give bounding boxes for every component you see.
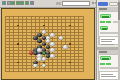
toolbar-input[interactable] — [62, 1, 90, 6]
tool-button-6[interactable] — [25, 1, 29, 5]
gray-value — [113, 21, 118, 23]
white-stone — [37, 48, 41, 52]
green-link-2[interactable] — [106, 21, 111, 23]
info-row — [100, 67, 118, 69]
chat-list[interactable] — [99, 36, 119, 45]
last-move-marker — [43, 52, 45, 53]
white-stone — [59, 36, 63, 40]
tool-button-7[interactable] — [30, 1, 34, 5]
player-panel-top — [98, 11, 120, 45]
grid-line-v — [61, 16, 62, 71]
green-link-2[interactable] — [106, 63, 111, 65]
grid-line-h — [5, 47, 84, 48]
star-point — [43, 62, 45, 63]
grid-line-v — [74, 16, 75, 71]
tool-button-1[interactable] — [2, 1, 6, 5]
grid-line-v — [65, 16, 66, 71]
scrollbar-thumb[interactable] — [118, 2, 120, 20]
white-stone — [42, 64, 46, 68]
scrollbar[interactable] — [118, 0, 120, 80]
window-dot-1[interactable] — [92, 2, 94, 4]
info-row — [100, 32, 118, 34]
white-stone — [42, 57, 46, 61]
white-stone — [42, 30, 46, 34]
white-stone — [50, 54, 54, 58]
tool-button-3[interactable] — [11, 1, 15, 5]
green-pill-button-2[interactable] — [100, 26, 108, 30]
green-pill-button[interactable] — [100, 56, 111, 60]
grid-line-h — [5, 68, 84, 69]
toolbar-label — [56, 2, 61, 5]
player-panel-top-header — [98, 7, 120, 11]
white-stone — [50, 42, 54, 46]
player-panel-bottom — [98, 54, 120, 80]
white-stone — [63, 45, 67, 49]
green-pill-text — [102, 16, 109, 18]
green-pill-button[interactable] — [100, 14, 111, 18]
tool-button-4[interactable] — [16, 1, 20, 5]
green-link-1[interactable] — [100, 21, 105, 23]
white-stone — [50, 48, 54, 52]
sidebar — [96, 0, 120, 80]
white-stone — [33, 64, 37, 68]
tab-active[interactable] — [98, 2, 108, 6]
green-link-1[interactable] — [100, 63, 105, 65]
player-name-text — [99, 8, 107, 10]
tool-button-2[interactable] — [7, 1, 11, 5]
green-pill-2-text — [102, 28, 107, 30]
white-stone — [50, 33, 54, 37]
grid-line-v — [57, 16, 58, 71]
go-board[interactable] — [1, 8, 95, 80]
grid-line-v — [83, 16, 84, 71]
star-point — [69, 62, 71, 63]
green-pill-text — [102, 58, 109, 60]
star-point — [17, 43, 19, 44]
star-point — [17, 62, 19, 63]
star-point — [69, 43, 71, 44]
grid-line-v — [48, 16, 49, 71]
tab-inactive[interactable] — [109, 2, 118, 6]
grid-line-v — [78, 16, 79, 71]
grid-line-h — [5, 71, 84, 72]
chat-list-2[interactable] — [99, 71, 119, 80]
tool-button-5[interactable] — [20, 1, 24, 5]
player-name-text-2 — [99, 51, 107, 53]
